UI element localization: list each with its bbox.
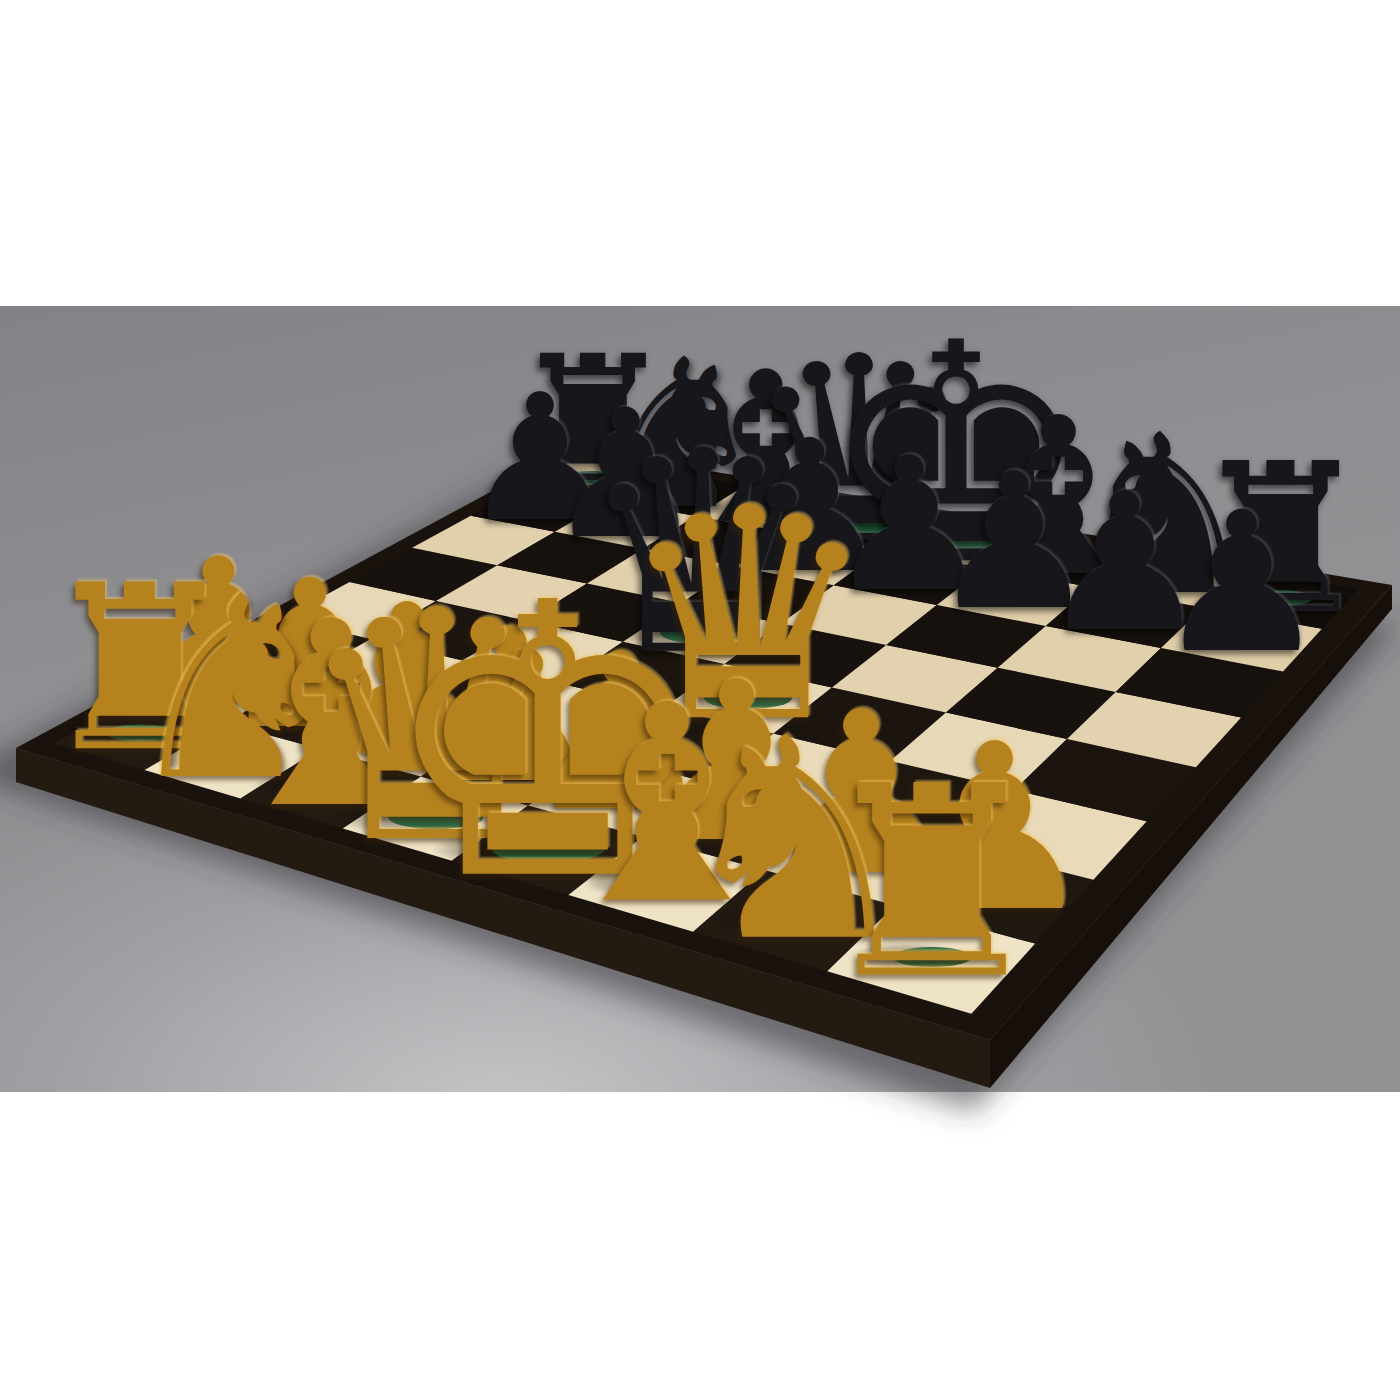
product-photo: ♜♞♟♝♟♛♚♟♝♟♞♟♜♟♛♟♟♛♟♜♟♞♟♝♟♛♟♚♟♝♟♞♜ [0,0,1400,1400]
chessboard [0,0,1400,1400]
